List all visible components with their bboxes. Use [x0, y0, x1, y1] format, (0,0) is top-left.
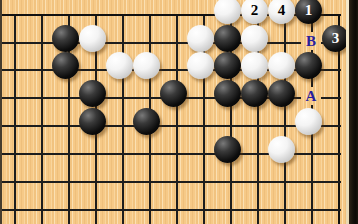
- white-stone-S15: [295, 108, 322, 135]
- black-stone-P18: [214, 25, 241, 52]
- white-stone-Q18: [241, 25, 268, 52]
- white-stone-R14: [268, 136, 295, 163]
- grid-line-vertical-N: [176, 15, 178, 224]
- white-stone-Q19: 2: [241, 0, 268, 24]
- marker-point-A: A: [301, 87, 321, 105]
- black-stone-M15: [133, 108, 160, 135]
- black-stone-P14: [214, 136, 241, 163]
- black-stone-Q16: [241, 80, 268, 107]
- white-stone-L17: [106, 52, 133, 79]
- grid-line-vertical-G: [14, 15, 16, 224]
- grid-line-vertical-R: [284, 15, 286, 224]
- black-stone-P17: [214, 52, 241, 79]
- board-left-edge: [0, 0, 2, 224]
- black-stone-K16: [79, 80, 106, 107]
- black-stone-J18: [52, 25, 79, 52]
- black-stone-J17: [52, 52, 79, 79]
- go-app-window: BA2413: [0, 0, 358, 224]
- black-stone-S17: [295, 52, 322, 79]
- white-stone-P19: [214, 0, 241, 24]
- black-stone-R16: [268, 80, 295, 107]
- grid-line-vertical-L: [122, 15, 124, 224]
- black-stone-T18: 3: [322, 25, 349, 52]
- grid-line-vertical-H: [41, 15, 43, 224]
- grid-line-horizontal-13: [0, 181, 341, 183]
- black-stone-S19: 1: [295, 0, 322, 24]
- white-stone-O17: [187, 52, 214, 79]
- black-stone-K15: [79, 108, 106, 135]
- go-board[interactable]: BA2413: [0, 0, 358, 224]
- white-stone-M17: [133, 52, 160, 79]
- grid-line-horizontal-15: [0, 125, 341, 127]
- white-stone-R19: 4: [268, 0, 295, 24]
- board-right-edge: [349, 0, 358, 224]
- white-stone-K18: [79, 25, 106, 52]
- grid-line-horizontal-12: [0, 209, 341, 211]
- white-stone-R17: [268, 52, 295, 79]
- marker-point-B: B: [301, 32, 321, 50]
- black-stone-N16: [160, 80, 187, 107]
- black-stone-P16: [214, 80, 241, 107]
- white-stone-Q17: [241, 52, 268, 79]
- grid-line-horizontal-18: [0, 42, 341, 44]
- white-stone-O18: [187, 25, 214, 52]
